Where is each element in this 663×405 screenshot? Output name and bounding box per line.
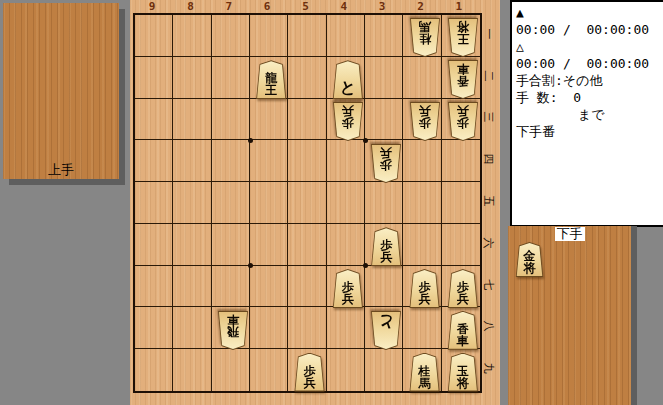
cell-6-8[interactable] bbox=[250, 307, 288, 349]
piece-face: 歩兵 bbox=[408, 269, 442, 308]
kanji-char: 歩 bbox=[457, 117, 469, 129]
piece-kanji: と bbox=[370, 312, 402, 349]
cell-9-1[interactable] bbox=[135, 15, 173, 57]
file-label-4: 4 bbox=[325, 0, 363, 13]
kanji-char: 車 bbox=[227, 314, 239, 326]
cell-9-4[interactable] bbox=[135, 140, 173, 182]
komadai-shitate[interactable]: 下手 金将 bbox=[508, 226, 631, 405]
piece-face: 桂馬 bbox=[408, 353, 442, 392]
cell-7-6[interactable] bbox=[212, 224, 250, 266]
cell-7-2[interactable] bbox=[212, 57, 250, 99]
uwate-pawn[interactable]: 歩兵 bbox=[408, 102, 442, 141]
shitate-pawn[interactable]: 歩兵 bbox=[331, 269, 365, 308]
cell-4-4[interactable] bbox=[327, 140, 365, 182]
cell-2-5[interactable] bbox=[403, 182, 441, 224]
piece-face: 香車 bbox=[446, 60, 480, 99]
piece-kanji: 桂馬 bbox=[409, 354, 441, 391]
uwate-pawn[interactable]: 歩兵 bbox=[446, 102, 480, 141]
rank-label-8: 八 bbox=[482, 319, 496, 333]
cell-9-5[interactable] bbox=[135, 182, 173, 224]
piece-kanji: 歩兵 bbox=[409, 103, 441, 140]
cell-4-1[interactable] bbox=[327, 15, 365, 57]
cell-2-8[interactable] bbox=[403, 307, 441, 349]
file-label-8: 8 bbox=[171, 0, 209, 13]
panel-move-count: 手 数: 0 bbox=[516, 89, 663, 106]
file-label-9: 9 bbox=[133, 0, 171, 13]
kanji-char: 玉 bbox=[457, 365, 469, 377]
piece-face: と bbox=[369, 311, 403, 350]
uwate-tokin[interactable]: と bbox=[369, 311, 403, 350]
shitate-gold[interactable]: 金将 bbox=[514, 242, 545, 277]
rank-label-4: 四 bbox=[482, 152, 496, 166]
cell-8-4[interactable] bbox=[173, 140, 211, 182]
cell-7-3[interactable] bbox=[212, 99, 250, 141]
star-point bbox=[363, 263, 368, 268]
cell-4-9[interactable] bbox=[327, 349, 365, 391]
piece-face: 歩兵 bbox=[293, 353, 327, 392]
cell-9-9[interactable] bbox=[135, 349, 173, 391]
panel-turn-indicator: 下手番 bbox=[516, 123, 663, 140]
file-label-1: 1 bbox=[440, 0, 478, 13]
cell-1-4[interactable] bbox=[442, 140, 480, 182]
piece-face: 歩兵 bbox=[331, 102, 365, 141]
kanji-char: 歩 bbox=[380, 159, 392, 171]
cell-6-6[interactable] bbox=[250, 224, 288, 266]
piece-kanji: 金将 bbox=[515, 243, 544, 276]
cell-6-4[interactable] bbox=[250, 140, 288, 182]
rank-label-1: 一 bbox=[482, 27, 496, 41]
board-grid[interactable]: 桂馬王将香車歩兵歩兵歩兵歩兵飛車と龍王と歩兵歩兵歩兵歩兵香車歩兵桂馬玉将 bbox=[133, 13, 482, 393]
cell-4-8[interactable] bbox=[327, 307, 365, 349]
piece-face: 王将 bbox=[446, 18, 480, 57]
cell-4-6[interactable] bbox=[327, 224, 365, 266]
cell-4-5[interactable] bbox=[327, 182, 365, 224]
piece-face: 歩兵 bbox=[331, 269, 365, 308]
piece-kanji: 歩兵 bbox=[370, 145, 402, 182]
shitate-tokin[interactable]: と bbox=[331, 60, 365, 99]
piece-face: 歩兵 bbox=[408, 102, 442, 141]
uwate-king[interactable]: 王将 bbox=[446, 18, 480, 57]
piece-kanji: 飛車 bbox=[217, 312, 249, 349]
cell-5-4[interactable] bbox=[288, 140, 326, 182]
kanji-char: 兵 bbox=[342, 293, 354, 305]
piece-face: 香車 bbox=[446, 311, 480, 350]
kanji-char: 歩 bbox=[419, 117, 431, 129]
shitate-lance[interactable]: 香車 bbox=[446, 311, 480, 350]
piece-kanji: 玉将 bbox=[447, 354, 479, 391]
piece-kanji: 歩兵 bbox=[409, 270, 441, 307]
shitate-pawn[interactable]: 歩兵 bbox=[293, 353, 327, 392]
kanji-char: 王 bbox=[265, 84, 277, 96]
kanji-char: 兵 bbox=[457, 105, 469, 117]
kanji-char: 車 bbox=[457, 335, 469, 347]
file-label-5: 5 bbox=[286, 0, 324, 13]
cell-9-2[interactable] bbox=[135, 57, 173, 99]
uwate-pawn[interactable]: 歩兵 bbox=[369, 144, 403, 183]
cell-7-7[interactable] bbox=[212, 266, 250, 308]
shitate-knight[interactable]: 桂馬 bbox=[408, 353, 442, 392]
piece-kanji: と bbox=[332, 61, 364, 98]
cell-8-9[interactable] bbox=[173, 349, 211, 391]
kanji-char: 兵 bbox=[304, 377, 316, 389]
kanji-char: 飛 bbox=[227, 326, 239, 338]
kanji-char: 桂 bbox=[419, 365, 431, 377]
cell-3-9[interactable] bbox=[365, 349, 403, 391]
cell-3-7[interactable] bbox=[365, 266, 403, 308]
shitate-hand-pieces: 金将 bbox=[514, 242, 545, 277]
komadai-uwate[interactable]: 上手 bbox=[3, 3, 119, 179]
piece-face: 歩兵 bbox=[446, 102, 480, 141]
rank-label-7: 七 bbox=[482, 278, 496, 292]
piece-face: 金将 bbox=[514, 242, 545, 277]
piece-face: 歩兵 bbox=[369, 227, 403, 266]
kanji-char: 桂 bbox=[419, 33, 431, 45]
kanji-char: 車 bbox=[457, 63, 469, 75]
cell-8-7[interactable] bbox=[173, 266, 211, 308]
cell-8-1[interactable] bbox=[173, 15, 211, 57]
cell-3-1[interactable] bbox=[365, 15, 403, 57]
uwate-lance[interactable]: 香車 bbox=[446, 60, 480, 99]
game-info-panel: ▲00:00 / 00:00:00△00:00 / 00:00:00手合割:その… bbox=[510, 0, 663, 227]
cell-6-9[interactable] bbox=[250, 349, 288, 391]
kanji-char: 将 bbox=[524, 262, 536, 274]
shitate-pawn[interactable]: 歩兵 bbox=[446, 269, 480, 308]
panel-sente-clock: 00:00 / 00:00:00 bbox=[516, 21, 663, 38]
panel-gote-clock: 00:00 / 00:00:00 bbox=[516, 55, 663, 72]
cell-9-3[interactable] bbox=[135, 99, 173, 141]
cell-7-1[interactable] bbox=[212, 15, 250, 57]
cell-8-6[interactable] bbox=[173, 224, 211, 266]
piece-face: 桂馬 bbox=[408, 18, 442, 57]
piece-kanji: 歩兵 bbox=[447, 103, 479, 140]
cell-5-5[interactable] bbox=[288, 182, 326, 224]
panel-gote-mark: △ bbox=[516, 38, 663, 55]
piece-kanji: 香車 bbox=[447, 312, 479, 349]
panel-sente-mark: ▲ bbox=[516, 4, 663, 21]
cell-5-3[interactable] bbox=[288, 99, 326, 141]
shitate-king[interactable]: 玉将 bbox=[446, 353, 480, 392]
rank-label-5: 五 bbox=[482, 194, 496, 208]
cell-8-5[interactable] bbox=[173, 182, 211, 224]
kanji-char: 兵 bbox=[419, 105, 431, 117]
uwate-rook[interactable]: 飛車 bbox=[216, 311, 250, 350]
cell-6-1[interactable] bbox=[250, 15, 288, 57]
cell-8-2[interactable] bbox=[173, 57, 211, 99]
shitate-promoted-rook[interactable]: 龍王 bbox=[254, 60, 288, 99]
cell-1-6[interactable] bbox=[442, 224, 480, 266]
cell-7-9[interactable] bbox=[212, 349, 250, 391]
piece-face: 飛車 bbox=[216, 311, 250, 350]
kanji-char: 歩 bbox=[342, 117, 354, 129]
uwate-label: 上手 bbox=[48, 163, 74, 177]
cell-8-3[interactable] bbox=[173, 99, 211, 141]
piece-kanji: 歩兵 bbox=[294, 354, 326, 391]
cell-3-2[interactable] bbox=[365, 57, 403, 99]
piece-face: 龍王 bbox=[254, 60, 288, 99]
rank-label-3: 三 bbox=[482, 110, 496, 124]
piece-face: 玉将 bbox=[446, 353, 480, 392]
cell-1-5[interactable] bbox=[442, 182, 480, 224]
cell-2-6[interactable] bbox=[403, 224, 441, 266]
kanji-char: 将 bbox=[457, 21, 469, 33]
piece-face: と bbox=[331, 60, 365, 99]
piece-face: 歩兵 bbox=[446, 269, 480, 308]
piece-kanji: 歩兵 bbox=[447, 270, 479, 307]
rank-label-2: 二 bbox=[482, 69, 496, 83]
cell-5-8[interactable] bbox=[288, 307, 326, 349]
kanji-char: 馬 bbox=[419, 21, 431, 33]
cell-8-8[interactable] bbox=[173, 307, 211, 349]
cell-5-1[interactable] bbox=[288, 15, 326, 57]
piece-kanji: 歩兵 bbox=[332, 270, 364, 307]
rank-label-9: 九 bbox=[482, 361, 496, 375]
file-label-7: 7 bbox=[210, 0, 248, 13]
shitate-pawn[interactable]: 歩兵 bbox=[369, 227, 403, 266]
kanji-char: 歩 bbox=[304, 365, 316, 377]
cell-6-3[interactable] bbox=[250, 99, 288, 141]
kanji-char: 兵 bbox=[380, 251, 392, 263]
uwate-pawn[interactable]: 歩兵 bbox=[331, 102, 365, 141]
shitate-pawn[interactable]: 歩兵 bbox=[408, 269, 442, 308]
cell-2-2[interactable] bbox=[403, 57, 441, 99]
panel-made-label: まで bbox=[516, 106, 663, 123]
shogi-board[interactable]: 987654321 桂馬王将香車歩兵歩兵歩兵歩兵飛車と龍王と歩兵歩兵歩兵歩兵香車… bbox=[130, 0, 500, 405]
file-label-2: 2 bbox=[401, 0, 439, 13]
kanji-char: 兵 bbox=[380, 147, 392, 159]
cell-7-5[interactable] bbox=[212, 182, 250, 224]
kanji-char: 馬 bbox=[419, 377, 431, 389]
piece-kanji: 桂馬 bbox=[409, 19, 441, 56]
kanji-char: と bbox=[378, 314, 394, 331]
shitate-label: 下手 bbox=[555, 227, 585, 241]
piece-kanji: 歩兵 bbox=[332, 103, 364, 140]
cell-3-3[interactable] bbox=[365, 99, 403, 141]
cell-7-4[interactable] bbox=[212, 140, 250, 182]
kanji-char: 兵 bbox=[457, 293, 469, 305]
cell-5-2[interactable] bbox=[288, 57, 326, 99]
file-label-3: 3 bbox=[363, 0, 401, 13]
file-labels: 987654321 bbox=[133, 0, 478, 13]
piece-kanji: 香車 bbox=[447, 61, 479, 98]
star-point bbox=[248, 263, 253, 268]
kanji-char: 王 bbox=[457, 33, 469, 45]
uwate-knight[interactable]: 桂馬 bbox=[408, 18, 442, 57]
file-label-6: 6 bbox=[248, 0, 286, 13]
kanji-char: 将 bbox=[457, 377, 469, 389]
kanji-char: 香 bbox=[457, 75, 469, 87]
cell-9-8[interactable] bbox=[135, 307, 173, 349]
piece-face: 歩兵 bbox=[369, 144, 403, 183]
panel-handicap: 手合割:その他 bbox=[516, 72, 663, 89]
rank-labels: 一二三四五六七八九 bbox=[478, 13, 498, 389]
cell-3-5[interactable] bbox=[365, 182, 403, 224]
piece-kanji: 歩兵 bbox=[370, 228, 402, 265]
piece-kanji: 龍王 bbox=[255, 61, 287, 98]
kanji-char: 兵 bbox=[342, 105, 354, 117]
cell-5-7[interactable] bbox=[288, 266, 326, 308]
cell-6-5[interactable] bbox=[250, 182, 288, 224]
rank-label-6: 六 bbox=[482, 236, 496, 250]
star-point bbox=[248, 138, 253, 143]
cell-2-4[interactable] bbox=[403, 140, 441, 182]
app-window: 上手 987654321 桂馬王将香車歩兵歩兵歩兵歩兵飛車と龍王と歩兵歩兵歩兵歩… bbox=[0, 0, 663, 405]
cell-5-6[interactable] bbox=[288, 224, 326, 266]
kanji-char: と bbox=[340, 79, 356, 96]
cell-6-7[interactable] bbox=[250, 266, 288, 308]
kanji-char: 兵 bbox=[419, 293, 431, 305]
cell-9-6[interactable] bbox=[135, 224, 173, 266]
piece-kanji: 王将 bbox=[447, 19, 479, 56]
cell-9-7[interactable] bbox=[135, 266, 173, 308]
